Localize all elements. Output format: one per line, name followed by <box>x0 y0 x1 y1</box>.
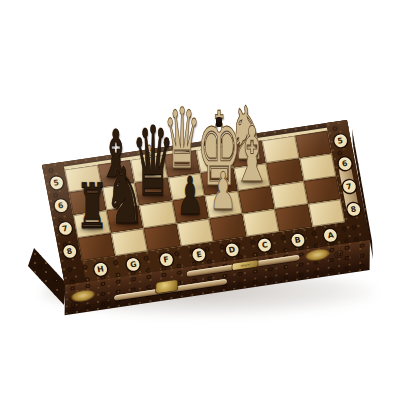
spiral-icon: @ <box>334 249 345 259</box>
chess-box-photo: @ @ @ Wegiel HGFEDCBA56785678 ♞♛♝♝♝♚♛♟♟♞… <box>0 0 400 400</box>
black-pawn-icon: ♟ <box>177 170 204 222</box>
king-dark-finial <box>216 117 222 127</box>
black-knight-icon: ♞ <box>104 157 145 235</box>
white-pawn-icon: ♟ <box>210 165 237 217</box>
black-rook-icon: ♜ <box>76 176 108 238</box>
plaque-text: Wegiel <box>240 263 250 268</box>
spiral-icon: @ <box>101 297 112 307</box>
